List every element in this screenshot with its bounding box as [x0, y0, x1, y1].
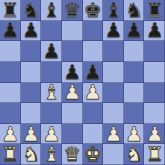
- square-a4[interactable]: [0, 83, 21, 104]
- white-pawn[interactable]: ♟: [84, 82, 102, 102]
- square-d4[interactable]: ♟: [62, 83, 83, 104]
- square-g3[interactable]: [124, 103, 145, 124]
- black-pawn[interactable]: ♟: [84, 62, 102, 82]
- chess-board: ♜♞♝♛♚♝♞♜♟♟♟♟♟♟♟♟♝♟♟♟♟♟♟♟♟♜♞♝♛♚♞♜: [0, 0, 165, 165]
- black-knight[interactable]: ♞: [125, 0, 143, 20]
- square-b4[interactable]: [21, 83, 42, 104]
- square-d7[interactable]: [62, 21, 83, 42]
- white-knight[interactable]: ♞: [125, 144, 143, 164]
- square-a5[interactable]: [0, 62, 21, 83]
- square-d8[interactable]: ♛: [62, 0, 83, 21]
- square-e8[interactable]: ♚: [83, 0, 104, 21]
- square-g5[interactable]: [124, 62, 145, 83]
- white-pawn[interactable]: ♟: [43, 124, 61, 144]
- square-f5[interactable]: [103, 62, 124, 83]
- square-a1[interactable]: ♜: [0, 144, 21, 165]
- square-h5[interactable]: [144, 62, 165, 83]
- square-f7[interactable]: ♟: [103, 21, 124, 42]
- black-pawn[interactable]: ♟: [104, 20, 122, 40]
- black-pawn[interactable]: ♟: [63, 62, 81, 82]
- square-b5[interactable]: [21, 62, 42, 83]
- white-rook[interactable]: ♜: [1, 144, 19, 164]
- black-rook[interactable]: ♜: [146, 0, 164, 20]
- square-a7[interactable]: ♟: [0, 21, 21, 42]
- square-f3[interactable]: [103, 103, 124, 124]
- square-c8[interactable]: ♝: [41, 0, 62, 21]
- square-h3[interactable]: [144, 103, 165, 124]
- white-bishop[interactable]: ♝: [43, 144, 61, 164]
- square-f1[interactable]: [103, 144, 124, 165]
- white-queen[interactable]: ♛: [63, 144, 81, 164]
- square-c3[interactable]: [41, 103, 62, 124]
- square-c4[interactable]: ♝: [41, 83, 62, 104]
- black-king[interactable]: ♚: [84, 0, 102, 20]
- square-h7[interactable]: ♟: [144, 21, 165, 42]
- black-rook[interactable]: ♜: [1, 0, 19, 20]
- square-b7[interactable]: ♟: [21, 21, 42, 42]
- square-a3[interactable]: [0, 103, 21, 124]
- square-f4[interactable]: [103, 83, 124, 104]
- white-pawn[interactable]: ♟: [1, 124, 19, 144]
- white-pawn[interactable]: ♟: [146, 124, 164, 144]
- square-g1[interactable]: ♞: [124, 144, 145, 165]
- white-bishop[interactable]: ♝: [43, 82, 61, 102]
- square-d1[interactable]: ♛: [62, 144, 83, 165]
- square-b3[interactable]: [21, 103, 42, 124]
- square-d3[interactable]: [62, 103, 83, 124]
- black-queen[interactable]: ♛: [63, 0, 81, 20]
- white-knight[interactable]: ♞: [22, 144, 40, 164]
- square-d6[interactable]: [62, 41, 83, 62]
- white-pawn[interactable]: ♟: [104, 124, 122, 144]
- square-h6[interactable]: [144, 41, 165, 62]
- square-e7[interactable]: [83, 21, 104, 42]
- black-knight[interactable]: ♞: [22, 0, 40, 20]
- black-pawn[interactable]: ♟: [1, 20, 19, 40]
- white-king[interactable]: ♚: [84, 144, 102, 164]
- black-pawn[interactable]: ♟: [22, 20, 40, 40]
- white-rook[interactable]: ♜: [146, 144, 164, 164]
- black-pawn[interactable]: ♟: [146, 20, 164, 40]
- square-g4[interactable]: [124, 83, 145, 104]
- square-b1[interactable]: ♞: [21, 144, 42, 165]
- square-g6[interactable]: [124, 41, 145, 62]
- square-e4[interactable]: ♟: [83, 83, 104, 104]
- black-pawn[interactable]: ♟: [125, 20, 143, 40]
- square-g7[interactable]: ♟: [124, 21, 145, 42]
- black-bishop[interactable]: ♝: [43, 0, 61, 20]
- square-h1[interactable]: ♜: [144, 144, 165, 165]
- square-c1[interactable]: ♝: [41, 144, 62, 165]
- square-c6[interactable]: ♟: [41, 41, 62, 62]
- square-f6[interactable]: [103, 41, 124, 62]
- square-e3[interactable]: [83, 103, 104, 124]
- black-pawn[interactable]: ♟: [43, 41, 61, 61]
- white-pawn[interactable]: ♟: [22, 124, 40, 144]
- square-f2[interactable]: ♟: [103, 124, 124, 145]
- square-h4[interactable]: [144, 83, 165, 104]
- square-e1[interactable]: ♚: [83, 144, 104, 165]
- square-a6[interactable]: [0, 41, 21, 62]
- black-bishop[interactable]: ♝: [104, 0, 122, 20]
- white-pawn[interactable]: ♟: [63, 82, 81, 102]
- square-b6[interactable]: [21, 41, 42, 62]
- square-e6[interactable]: [83, 41, 104, 62]
- white-pawn[interactable]: ♟: [125, 124, 143, 144]
